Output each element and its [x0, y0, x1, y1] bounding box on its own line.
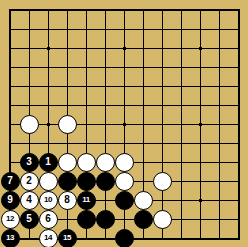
black-stone: 7	[1, 172, 20, 191]
board-cell-c10[interactable]	[39, 58, 58, 77]
board-cell-h2[interactable]	[134, 210, 153, 229]
board-cell-h11[interactable]	[134, 39, 153, 58]
board-cell-e5[interactable]	[77, 153, 96, 172]
board-cell-e9[interactable]	[77, 77, 96, 96]
board-cell-g9[interactable]	[115, 77, 134, 96]
move-number-label: 15	[63, 234, 71, 242]
board-cell-b4[interactable]: 2	[20, 172, 39, 191]
black-stone	[134, 210, 153, 229]
board-cell-c7[interactable]	[39, 115, 58, 134]
board-cell-c5[interactable]: 1	[39, 153, 58, 172]
board-cell-c8[interactable]	[39, 96, 58, 115]
black-stone	[77, 172, 96, 191]
black-stone	[77, 210, 96, 229]
board-cell-a8[interactable]	[1, 96, 20, 115]
board-cell-k7[interactable]	[172, 115, 191, 134]
board-cell-a4[interactable]: 7	[1, 172, 20, 191]
board-cell-m3[interactable]	[210, 191, 229, 210]
board-cell-l12[interactable]	[191, 20, 210, 39]
white-stone	[58, 115, 77, 134]
black-stone: 13	[1, 229, 20, 247]
board-cell-j10[interactable]	[153, 58, 172, 77]
board-cell-d10[interactable]	[58, 58, 77, 77]
board-cell-b6[interactable]	[20, 134, 39, 153]
board-cell-l11[interactable]	[191, 39, 210, 58]
board-cell-j13[interactable]	[153, 1, 172, 20]
board-cell-d8[interactable]	[58, 96, 77, 115]
black-stone	[58, 172, 77, 191]
board-cell-n8[interactable]	[229, 96, 248, 115]
white-stone	[58, 153, 77, 172]
board-cell-c11[interactable]	[39, 39, 58, 58]
board-cell-c13[interactable]	[39, 1, 58, 20]
board-cell-m4[interactable]	[210, 172, 229, 191]
board-cell-h9[interactable]	[134, 77, 153, 96]
board-cell-j11[interactable]	[153, 39, 172, 58]
board-cell-j7[interactable]	[153, 115, 172, 134]
board-cell-m12[interactable]	[210, 20, 229, 39]
black-stone: 3	[20, 153, 39, 172]
board-cell-b10[interactable]	[20, 58, 39, 77]
white-stone	[39, 172, 58, 191]
board-cell-h1[interactable]	[134, 229, 153, 247]
board-cell-b2[interactable]: 5	[20, 210, 39, 229]
board-cell-k4[interactable]	[172, 172, 191, 191]
board-cell-n11[interactable]	[229, 39, 248, 58]
board-cell-g7[interactable]	[115, 115, 134, 134]
board-cell-d6[interactable]	[58, 134, 77, 153]
board-cell-b13[interactable]	[20, 1, 39, 20]
black-stone: 15	[58, 229, 77, 247]
board-cell-l2[interactable]	[191, 210, 210, 229]
board-cell-e12[interactable]	[77, 20, 96, 39]
board-cell-m7[interactable]	[210, 115, 229, 134]
board-cell-n10[interactable]	[229, 58, 248, 77]
board-cell-d13[interactable]	[58, 1, 77, 20]
board-cell-e3[interactable]: 11	[77, 191, 96, 210]
board-cell-l7[interactable]	[191, 115, 210, 134]
board-cell-c1[interactable]: 14	[39, 229, 58, 247]
board-cell-k9[interactable]	[172, 77, 191, 96]
board-cell-g2[interactable]	[115, 210, 134, 229]
board-cell-j2[interactable]	[153, 210, 172, 229]
board-cell-e6[interactable]	[77, 134, 96, 153]
board-cell-n2[interactable]	[229, 210, 248, 229]
board-cell-m11[interactable]	[210, 39, 229, 58]
board-cell-d3[interactable]: 8	[58, 191, 77, 210]
board-cell-f6[interactable]	[96, 134, 115, 153]
board-cell-h6[interactable]	[134, 134, 153, 153]
board-cell-n4[interactable]	[229, 172, 248, 191]
board-cell-f5[interactable]	[96, 153, 115, 172]
board-cell-h12[interactable]	[134, 20, 153, 39]
white-stone: 2	[20, 172, 39, 191]
board-cell-l6[interactable]	[191, 134, 210, 153]
board-cell-l10[interactable]	[191, 58, 210, 77]
board-cells-layer: 317294108111256131415	[1, 1, 248, 247]
board-cell-b11[interactable]	[20, 39, 39, 58]
board-cell-c3[interactable]: 10	[39, 191, 58, 210]
board-cell-d7[interactable]	[58, 115, 77, 134]
board-cell-k12[interactable]	[172, 20, 191, 39]
board-cell-b3[interactable]: 4	[20, 191, 39, 210]
board-cell-f1[interactable]	[96, 229, 115, 247]
board-cell-l4[interactable]	[191, 172, 210, 191]
board-cell-g11[interactable]	[115, 39, 134, 58]
white-stone	[153, 172, 172, 191]
board-cell-j9[interactable]	[153, 77, 172, 96]
board-cell-a12[interactable]	[1, 20, 20, 39]
move-number-label: 2	[26, 176, 32, 186]
board-cell-g3[interactable]	[115, 191, 134, 210]
board-cell-a13[interactable]	[1, 1, 20, 20]
board-cell-e2[interactable]	[77, 210, 96, 229]
white-stone	[115, 153, 134, 172]
board-cell-f11[interactable]	[96, 39, 115, 58]
board-cell-d9[interactable]	[58, 77, 77, 96]
move-number-label: 1	[45, 157, 51, 167]
board-cell-f8[interactable]	[96, 96, 115, 115]
move-number-label: 14	[44, 234, 52, 242]
board-cell-f9[interactable]	[96, 77, 115, 96]
board-cell-m2[interactable]	[210, 210, 229, 229]
white-stone: 8	[58, 191, 77, 210]
board-cell-c9[interactable]	[39, 77, 58, 96]
board-cell-e10[interactable]	[77, 58, 96, 77]
white-stone: 6	[39, 210, 58, 229]
board-cell-a2[interactable]: 12	[1, 210, 20, 229]
black-stone	[115, 229, 134, 247]
board-cell-l13[interactable]	[191, 1, 210, 20]
board-cell-f2[interactable]	[96, 210, 115, 229]
white-stone	[20, 115, 39, 134]
board-cell-k11[interactable]	[172, 39, 191, 58]
board-cell-k13[interactable]	[172, 1, 191, 20]
board-cell-f3[interactable]	[96, 191, 115, 210]
board-cell-h3[interactable]	[134, 191, 153, 210]
white-stone: 10	[39, 191, 58, 210]
board-cell-m5[interactable]	[210, 153, 229, 172]
board-cell-c4[interactable]	[39, 172, 58, 191]
board-cell-l9[interactable]	[191, 77, 210, 96]
board-cell-e13[interactable]	[77, 1, 96, 20]
board-cell-g13[interactable]	[115, 1, 134, 20]
board-cell-k2[interactable]	[172, 210, 191, 229]
board-cell-a11[interactable]	[1, 39, 20, 58]
board-cell-n9[interactable]	[229, 77, 248, 96]
move-number-label: 8	[64, 195, 70, 205]
board-cell-h5[interactable]	[134, 153, 153, 172]
board-cell-c6[interactable]	[39, 134, 58, 153]
board-cell-m10[interactable]	[210, 58, 229, 77]
board-cell-f7[interactable]	[96, 115, 115, 134]
board-cell-n7[interactable]	[229, 115, 248, 134]
black-stone	[96, 172, 115, 191]
board-cell-j6[interactable]	[153, 134, 172, 153]
move-number-label: 10	[44, 196, 52, 204]
board-cell-m9[interactable]	[210, 77, 229, 96]
board-cell-n1[interactable]	[229, 229, 248, 247]
board-cell-k6[interactable]	[172, 134, 191, 153]
board-cell-e7[interactable]	[77, 115, 96, 134]
white-stone	[153, 210, 172, 229]
go-board: 317294108111256131415	[0, 0, 247, 247]
board-cell-g8[interactable]	[115, 96, 134, 115]
board-cell-d2[interactable]	[58, 210, 77, 229]
board-cell-g4[interactable]	[115, 172, 134, 191]
board-cell-d12[interactable]	[58, 20, 77, 39]
board-cell-e4[interactable]	[77, 172, 96, 191]
board-cell-f10[interactable]	[96, 58, 115, 77]
board-cell-n3[interactable]	[229, 191, 248, 210]
board-cell-c12[interactable]	[39, 20, 58, 39]
board-cell-c2[interactable]: 6	[39, 210, 58, 229]
board-cell-j12[interactable]	[153, 20, 172, 39]
move-number-label: 13	[6, 234, 14, 242]
move-number-label: 3	[26, 157, 32, 167]
board-cell-g12[interactable]	[115, 20, 134, 39]
board-cell-f4[interactable]	[96, 172, 115, 191]
board-cell-l3[interactable]	[191, 191, 210, 210]
board-cell-m1[interactable]	[210, 229, 229, 247]
board-cell-b9[interactable]	[20, 77, 39, 96]
board-cell-j4[interactable]	[153, 172, 172, 191]
board-cell-e8[interactable]	[77, 96, 96, 115]
board-cell-a3[interactable]: 9	[1, 191, 20, 210]
white-stone	[96, 153, 115, 172]
board-cell-m6[interactable]	[210, 134, 229, 153]
white-stone: 14	[39, 229, 58, 247]
board-cell-b12[interactable]	[20, 20, 39, 39]
board-cell-j5[interactable]	[153, 153, 172, 172]
board-cell-j1[interactable]	[153, 229, 172, 247]
board-cell-n5[interactable]	[229, 153, 248, 172]
board-cell-e11[interactable]	[77, 39, 96, 58]
black-stone	[96, 210, 115, 229]
black-stone: 9	[1, 191, 20, 210]
board-cell-l8[interactable]	[191, 96, 210, 115]
move-number-label: 12	[6, 215, 14, 223]
board-cell-m13[interactable]	[210, 1, 229, 20]
board-cell-d11[interactable]	[58, 39, 77, 58]
white-stone: 4	[20, 191, 39, 210]
board-cell-a6[interactable]	[1, 134, 20, 153]
board-cell-h13[interactable]	[134, 1, 153, 20]
board-cell-g6[interactable]	[115, 134, 134, 153]
board-cell-k10[interactable]	[172, 58, 191, 77]
board-cell-f12[interactable]	[96, 20, 115, 39]
board-cell-e1[interactable]	[77, 229, 96, 247]
black-stone: 11	[77, 191, 96, 210]
board-cell-k1[interactable]	[172, 229, 191, 247]
board-cell-k5[interactable]	[172, 153, 191, 172]
white-stone: 12	[1, 210, 20, 229]
move-number-label: 11	[82, 196, 89, 204]
board-cell-a1[interactable]: 13	[1, 229, 20, 247]
board-cell-f13[interactable]	[96, 1, 115, 20]
move-number-label: 5	[26, 214, 32, 224]
board-cell-j3[interactable]	[153, 191, 172, 210]
board-cell-j8[interactable]	[153, 96, 172, 115]
board-cell-n13[interactable]	[229, 1, 248, 20]
board-cell-k8[interactable]	[172, 96, 191, 115]
board-cell-a10[interactable]	[1, 58, 20, 77]
move-number-label: 9	[7, 195, 13, 205]
black-stone: 1	[39, 153, 58, 172]
board-cell-a5[interactable]	[1, 153, 20, 172]
black-stone	[115, 191, 134, 210]
board-cell-b5[interactable]: 3	[20, 153, 39, 172]
board-cell-g1[interactable]	[115, 229, 134, 247]
board-cell-d5[interactable]	[58, 153, 77, 172]
white-stone	[77, 153, 96, 172]
board-cell-k3[interactable]	[172, 191, 191, 210]
board-cell-d1[interactable]: 15	[58, 229, 77, 247]
board-cell-h7[interactable]	[134, 115, 153, 134]
board-cell-n6[interactable]	[229, 134, 248, 153]
board-cell-g10[interactable]	[115, 58, 134, 77]
board-cell-d4[interactable]	[58, 172, 77, 191]
move-number-label: 4	[26, 195, 32, 205]
board-cell-h4[interactable]	[134, 172, 153, 191]
board-cell-h10[interactable]	[134, 58, 153, 77]
board-cell-m8[interactable]	[210, 96, 229, 115]
board-cell-l5[interactable]	[191, 153, 210, 172]
move-number-label: 6	[45, 214, 51, 224]
board-cell-a9[interactable]	[1, 77, 20, 96]
board-cell-b1[interactable]	[20, 229, 39, 247]
board-cell-h8[interactable]	[134, 96, 153, 115]
board-cell-n12[interactable]	[229, 20, 248, 39]
board-cell-a7[interactable]	[1, 115, 20, 134]
board-cell-l1[interactable]	[191, 229, 210, 247]
board-cell-b7[interactable]	[20, 115, 39, 134]
board-cell-b8[interactable]	[20, 96, 39, 115]
move-number-label: 7	[7, 176, 13, 186]
white-stone	[134, 191, 153, 210]
board-cell-g5[interactable]	[115, 153, 134, 172]
black-stone: 5	[20, 210, 39, 229]
white-stone	[115, 172, 134, 191]
